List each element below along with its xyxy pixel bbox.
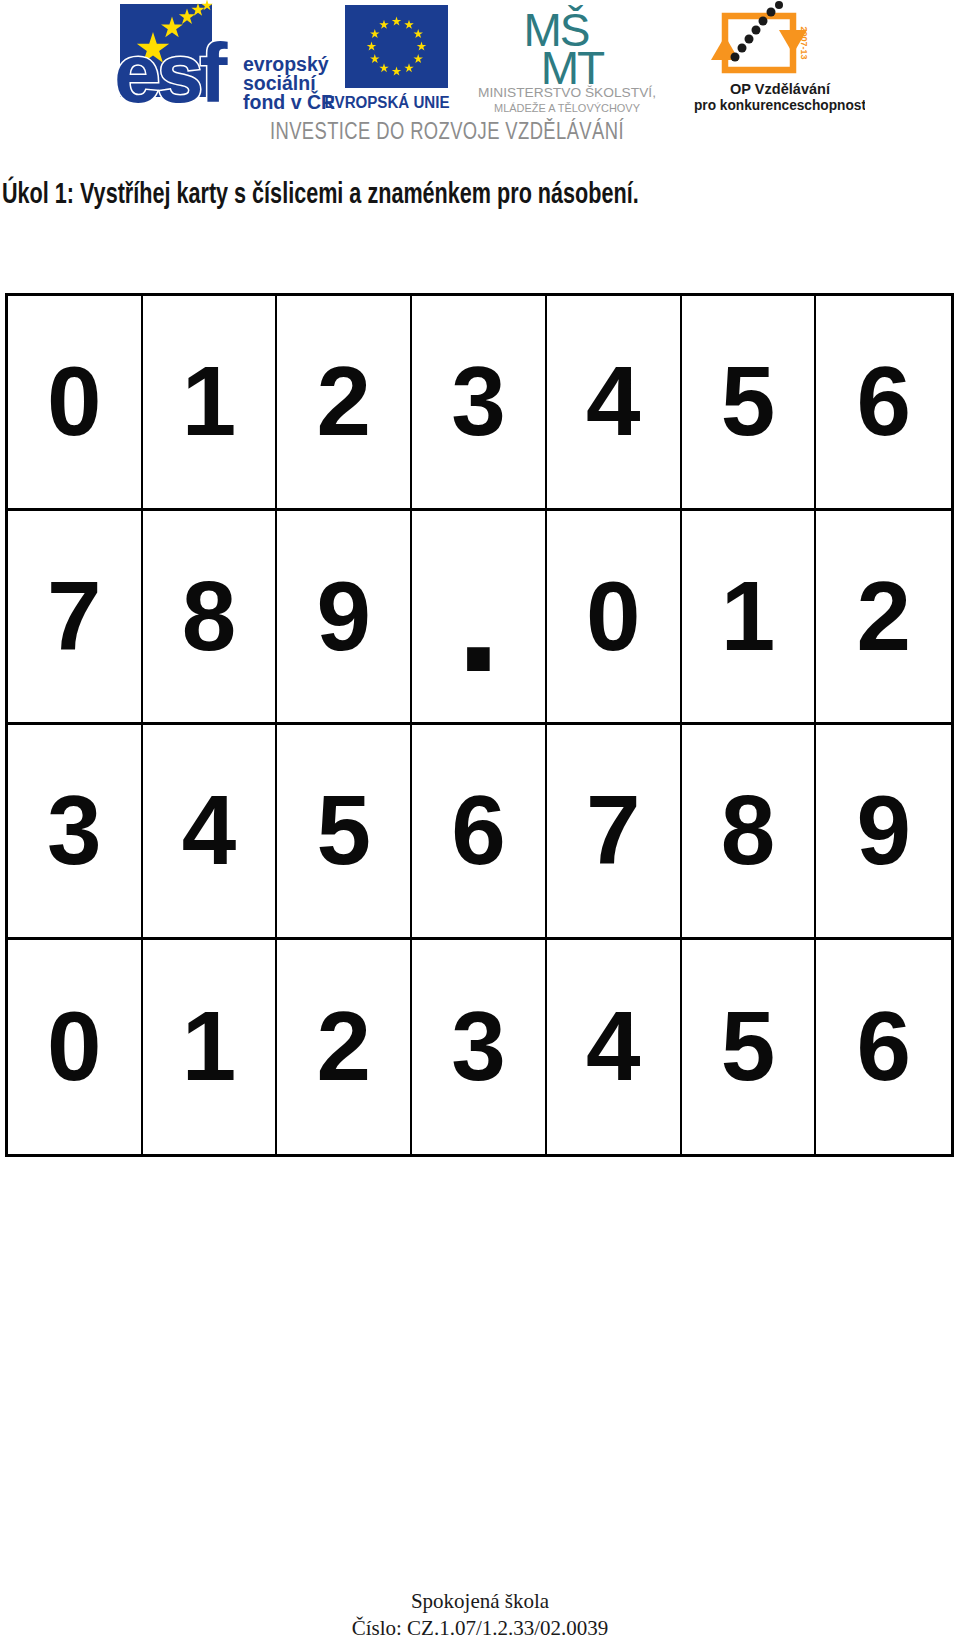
number-card-grid: 0 1 2 3 4 5 6 7 8 9 . 0 1 2 3 4 5 6 7 8 … (5, 293, 954, 1157)
op-logo: 2007-13 OP Vzdělávání pro konkurencescho… (655, 0, 865, 115)
card-r1-c6: 5 (682, 296, 817, 511)
esf-logo: esf evropský sociální fond v ČR (100, 0, 340, 115)
worksheet-page: esf evropský sociální fond v ČR EVROPSKÁ… (0, 0, 960, 1647)
footer-school: Spokojená škola (0, 1588, 960, 1615)
op-period-label: 2007-13 (799, 26, 809, 59)
card-r3-c6: 8 (682, 725, 817, 940)
card-r3-c1: 3 (8, 725, 143, 940)
card-r1-c1: 0 (8, 296, 143, 511)
card-r4-c7: 6 (816, 940, 951, 1155)
card-r1-c3: 2 (277, 296, 412, 511)
footer-number: Číslo: CZ.1.07/1.2.33/02.0039 (0, 1615, 960, 1642)
card-r4-c4: 3 (412, 940, 547, 1155)
card-r4-c5: 4 (547, 940, 682, 1155)
card-r2-c1: 7 (8, 511, 143, 726)
card-r4-c1: 0 (8, 940, 143, 1155)
op-caption-line2: pro konkurenceschopnost (694, 97, 865, 113)
card-r3-c4: 6 (412, 725, 547, 940)
card-r3-c3: 5 (277, 725, 412, 940)
esf-abbr: esf (114, 26, 228, 115)
card-r2-c3: 9 (277, 511, 412, 726)
card-r4-c3: 2 (277, 940, 412, 1155)
card-r1-c7: 6 (816, 296, 951, 511)
eu-flag-logo: EVROPSKÁ UNIE (320, 0, 455, 115)
msmt-caption-line1: MINISTERSTVO ŠKOLSTVÍ, (478, 85, 656, 100)
card-r1-c2: 1 (143, 296, 278, 511)
msmt-logo: MŠ MT MINISTERSTVO ŠKOLSTVÍ, MLÁDEŽE A T… (470, 0, 665, 115)
eu-caption: EVROPSKÁ UNIE (325, 93, 450, 111)
card-r1-c5: 4 (547, 296, 682, 511)
card-r2-c4-multiplication-dot: . (412, 511, 547, 726)
card-r2-c5: 0 (547, 511, 682, 726)
card-r4-c6: 5 (682, 940, 817, 1155)
card-r1-c4: 3 (412, 296, 547, 511)
task-title: Úkol 1: Vystříhej karty s číslicemi a zn… (2, 176, 639, 210)
card-r3-c7: 9 (816, 725, 951, 940)
msmt-caption-line2: MLÁDEŽE A TĚLOVÝCHOVY (494, 101, 640, 115)
card-r4-c2: 1 (143, 940, 278, 1155)
card-r2-c2: 8 (143, 511, 278, 726)
card-r2-c7: 2 (816, 511, 951, 726)
header-motto: INVESTICE DO ROZVOJE VZDĚLÁVÁNÍ (270, 118, 624, 145)
op-caption-line1: OP Vzdělávání (730, 81, 831, 97)
card-r2-c6: 1 (682, 511, 817, 726)
card-r3-c5: 7 (547, 725, 682, 940)
op-rect (725, 16, 793, 70)
dots-arc-icon (731, 1, 784, 62)
page-footer: Spokojená škola Číslo: CZ.1.07/1.2.33/02… (0, 1588, 960, 1642)
card-r3-c2: 4 (143, 725, 278, 940)
